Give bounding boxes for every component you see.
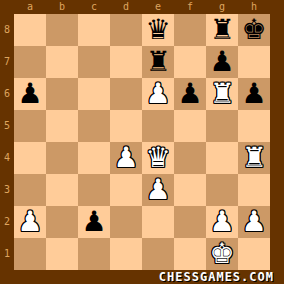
- square-a6[interactable]: ♟: [14, 78, 46, 110]
- black-pawn-a6[interactable]: ♟: [14, 78, 46, 110]
- white-rook-g6[interactable]: ♜: [206, 78, 238, 110]
- chess-diagram: abcdefgh 87654321 ♛♜♚♜♟♟♟♟♜♟♟♛♜♟♟♟♟♟♚ CH…: [0, 0, 284, 284]
- square-a7[interactable]: [14, 46, 46, 78]
- square-a4[interactable]: [14, 142, 46, 174]
- square-e1[interactable]: [142, 238, 174, 270]
- white-king-g1[interactable]: ♚: [206, 238, 238, 270]
- square-d1[interactable]: [110, 238, 142, 270]
- square-h5[interactable]: [238, 110, 270, 142]
- square-e8[interactable]: ♛: [142, 14, 174, 46]
- black-pawn-c2[interactable]: ♟: [78, 206, 110, 238]
- square-f7[interactable]: [174, 46, 206, 78]
- black-rook-g8[interactable]: ♜: [206, 14, 238, 46]
- square-e6[interactable]: ♟: [142, 78, 174, 110]
- square-f2[interactable]: [174, 206, 206, 238]
- square-h1[interactable]: [238, 238, 270, 270]
- file-label-d: d: [110, 0, 142, 14]
- square-c8[interactable]: [78, 14, 110, 46]
- square-g6[interactable]: ♜: [206, 78, 238, 110]
- black-pawn-h6[interactable]: ♟: [238, 78, 270, 110]
- black-queen-e8[interactable]: ♛: [142, 14, 174, 46]
- rank-label-4: 4: [0, 142, 14, 174]
- file-label-e: e: [142, 0, 174, 14]
- white-pawn-e6[interactable]: ♟: [142, 78, 174, 110]
- square-e4[interactable]: ♛: [142, 142, 174, 174]
- square-a2[interactable]: ♟: [14, 206, 46, 238]
- square-h8[interactable]: ♚: [238, 14, 270, 46]
- file-labels: abcdefgh: [14, 0, 270, 14]
- white-pawn-e3[interactable]: ♟: [142, 174, 174, 206]
- square-f4[interactable]: [174, 142, 206, 174]
- square-a3[interactable]: [14, 174, 46, 206]
- file-label-g: g: [206, 0, 238, 14]
- black-pawn-f6[interactable]: ♟: [174, 78, 206, 110]
- file-label-b: b: [46, 0, 78, 14]
- watermark: CHESSGAMES.COM: [159, 270, 274, 284]
- square-a5[interactable]: [14, 110, 46, 142]
- square-f6[interactable]: ♟: [174, 78, 206, 110]
- file-label-a: a: [14, 0, 46, 14]
- square-c5[interactable]: [78, 110, 110, 142]
- square-d5[interactable]: [110, 110, 142, 142]
- square-c4[interactable]: [78, 142, 110, 174]
- square-f1[interactable]: [174, 238, 206, 270]
- square-h7[interactable]: [238, 46, 270, 78]
- chess-board: ♛♜♚♜♟♟♟♟♜♟♟♛♜♟♟♟♟♟♚: [14, 14, 270, 270]
- rank-label-3: 3: [0, 174, 14, 206]
- square-c3[interactable]: [78, 174, 110, 206]
- square-e7[interactable]: ♜: [142, 46, 174, 78]
- black-king-h8[interactable]: ♚: [238, 14, 270, 46]
- square-g5[interactable]: [206, 110, 238, 142]
- white-pawn-g2[interactable]: ♟: [206, 206, 238, 238]
- white-pawn-d4[interactable]: ♟: [110, 142, 142, 174]
- square-g7[interactable]: ♟: [206, 46, 238, 78]
- square-h3[interactable]: [238, 174, 270, 206]
- square-h4[interactable]: ♜: [238, 142, 270, 174]
- square-g8[interactable]: ♜: [206, 14, 238, 46]
- rank-labels: 87654321: [0, 14, 14, 270]
- square-g2[interactable]: ♟: [206, 206, 238, 238]
- square-h2[interactable]: ♟: [238, 206, 270, 238]
- file-label-f: f: [174, 0, 206, 14]
- square-b8[interactable]: [46, 14, 78, 46]
- square-b5[interactable]: [46, 110, 78, 142]
- square-f8[interactable]: [174, 14, 206, 46]
- square-b4[interactable]: [46, 142, 78, 174]
- white-pawn-h2[interactable]: ♟: [238, 206, 270, 238]
- white-rook-h4[interactable]: ♜: [238, 142, 270, 174]
- square-d4[interactable]: ♟: [110, 142, 142, 174]
- square-h6[interactable]: ♟: [238, 78, 270, 110]
- black-rook-e7[interactable]: ♜: [142, 46, 174, 78]
- rank-label-1: 1: [0, 238, 14, 270]
- square-e5[interactable]: [142, 110, 174, 142]
- square-b1[interactable]: [46, 238, 78, 270]
- white-queen-e4[interactable]: ♛: [142, 142, 174, 174]
- square-g1[interactable]: ♚: [206, 238, 238, 270]
- square-c7[interactable]: [78, 46, 110, 78]
- square-d6[interactable]: [110, 78, 142, 110]
- file-label-h: h: [238, 0, 270, 14]
- rank-label-7: 7: [0, 46, 14, 78]
- rank-label-5: 5: [0, 110, 14, 142]
- square-g3[interactable]: [206, 174, 238, 206]
- black-pawn-g7[interactable]: ♟: [206, 46, 238, 78]
- square-f3[interactable]: [174, 174, 206, 206]
- square-d8[interactable]: [110, 14, 142, 46]
- square-c6[interactable]: [78, 78, 110, 110]
- square-c2[interactable]: ♟: [78, 206, 110, 238]
- square-d2[interactable]: [110, 206, 142, 238]
- square-e2[interactable]: [142, 206, 174, 238]
- square-c1[interactable]: [78, 238, 110, 270]
- square-b6[interactable]: [46, 78, 78, 110]
- square-g4[interactable]: [206, 142, 238, 174]
- rank-label-6: 6: [0, 78, 14, 110]
- rank-label-8: 8: [0, 14, 14, 46]
- square-b2[interactable]: [46, 206, 78, 238]
- rank-label-2: 2: [0, 206, 14, 238]
- file-label-c: c: [78, 0, 110, 14]
- square-a1[interactable]: [14, 238, 46, 270]
- square-d3[interactable]: [110, 174, 142, 206]
- square-e3[interactable]: ♟: [142, 174, 174, 206]
- square-f5[interactable]: [174, 110, 206, 142]
- white-pawn-a2[interactable]: ♟: [14, 206, 46, 238]
- square-b3[interactable]: [46, 174, 78, 206]
- square-d7[interactable]: [110, 46, 142, 78]
- square-b7[interactable]: [46, 46, 78, 78]
- square-a8[interactable]: [14, 14, 46, 46]
